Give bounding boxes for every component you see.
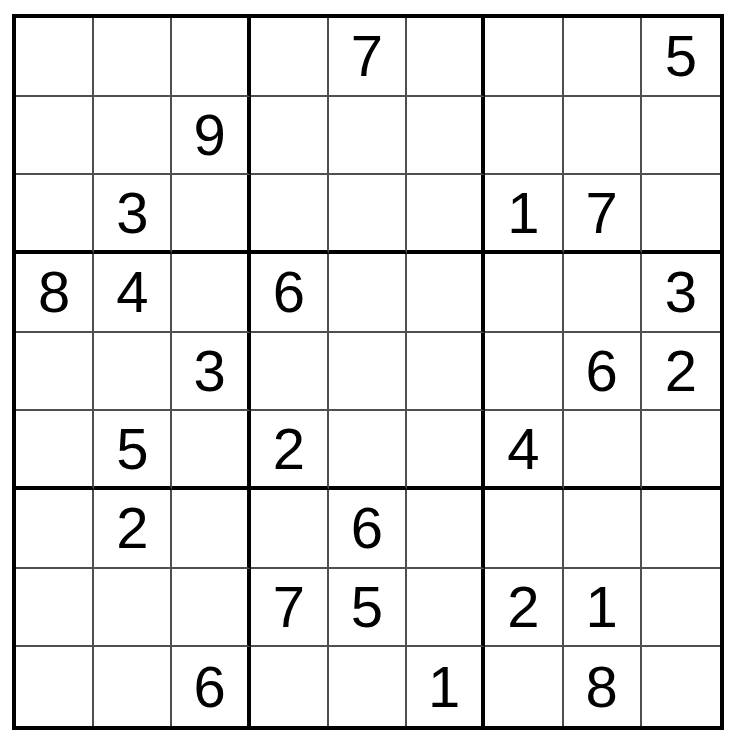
cell-r8c6[interactable]	[407, 569, 485, 648]
cell-r2c7[interactable]	[485, 97, 563, 176]
cell-r6c5[interactable]	[329, 411, 407, 490]
cell-r1c5[interactable]: 7	[329, 18, 407, 97]
cell-r4c7[interactable]	[485, 254, 563, 333]
cell-r4c8[interactable]	[564, 254, 642, 333]
cell-r6c4[interactable]: 2	[251, 411, 329, 490]
cell-r6c9[interactable]	[642, 411, 720, 490]
cell-r2c5[interactable]	[329, 97, 407, 176]
sudoku-board: 7593178463362524267521618	[12, 14, 724, 730]
cell-r2c6[interactable]	[407, 97, 485, 176]
cell-r7c2[interactable]: 2	[94, 490, 172, 569]
cell-r7c3[interactable]	[172, 490, 250, 569]
cell-r4c1[interactable]: 8	[16, 254, 94, 333]
cell-r8c5[interactable]: 5	[329, 569, 407, 648]
cell-r5c1[interactable]	[16, 333, 94, 412]
cell-r8c2[interactable]	[94, 569, 172, 648]
cell-r2c3[interactable]: 9	[172, 97, 250, 176]
cell-r8c7[interactable]: 2	[485, 569, 563, 648]
cell-r9c9[interactable]	[642, 647, 720, 726]
cell-r2c2[interactable]	[94, 97, 172, 176]
cell-r1c1[interactable]	[16, 18, 94, 97]
cell-r5c9[interactable]: 2	[642, 333, 720, 412]
cell-r5c4[interactable]	[251, 333, 329, 412]
cell-r6c8[interactable]	[564, 411, 642, 490]
cell-r8c8[interactable]: 1	[564, 569, 642, 648]
cell-r5c2[interactable]	[94, 333, 172, 412]
cell-r3c8[interactable]: 7	[564, 175, 642, 254]
sudoku-page: 7593178463362524267521618	[0, 0, 735, 740]
cell-r7c9[interactable]	[642, 490, 720, 569]
cell-r5c6[interactable]	[407, 333, 485, 412]
cell-r3c7[interactable]: 1	[485, 175, 563, 254]
cell-r4c6[interactable]	[407, 254, 485, 333]
cell-r5c7[interactable]	[485, 333, 563, 412]
cell-r1c8[interactable]	[564, 18, 642, 97]
cell-r9c4[interactable]	[251, 647, 329, 726]
cell-r9c2[interactable]	[94, 647, 172, 726]
cell-r1c7[interactable]	[485, 18, 563, 97]
cell-r6c1[interactable]	[16, 411, 94, 490]
cell-r3c1[interactable]	[16, 175, 94, 254]
cell-r9c3[interactable]: 6	[172, 647, 250, 726]
cell-r1c9[interactable]: 5	[642, 18, 720, 97]
cell-r5c8[interactable]: 6	[564, 333, 642, 412]
cell-r7c4[interactable]	[251, 490, 329, 569]
cell-r2c4[interactable]	[251, 97, 329, 176]
cell-r4c4[interactable]: 6	[251, 254, 329, 333]
cell-r9c7[interactable]	[485, 647, 563, 726]
cell-r6c6[interactable]	[407, 411, 485, 490]
cell-r4c5[interactable]	[329, 254, 407, 333]
cell-r6c7[interactable]: 4	[485, 411, 563, 490]
cell-r8c3[interactable]	[172, 569, 250, 648]
cell-r4c2[interactable]: 4	[94, 254, 172, 333]
cell-r8c4[interactable]: 7	[251, 569, 329, 648]
cell-r4c3[interactable]	[172, 254, 250, 333]
cell-r7c1[interactable]	[16, 490, 94, 569]
cell-r4c9[interactable]: 3	[642, 254, 720, 333]
cell-r3c6[interactable]	[407, 175, 485, 254]
cell-r9c5[interactable]	[329, 647, 407, 726]
cell-r7c5[interactable]: 6	[329, 490, 407, 569]
cell-r7c7[interactable]	[485, 490, 563, 569]
cell-r7c8[interactable]	[564, 490, 642, 569]
cell-r3c3[interactable]	[172, 175, 250, 254]
cell-r8c9[interactable]	[642, 569, 720, 648]
cell-r9c6[interactable]: 1	[407, 647, 485, 726]
cell-r3c2[interactable]: 3	[94, 175, 172, 254]
cell-r5c5[interactable]	[329, 333, 407, 412]
cell-r3c4[interactable]	[251, 175, 329, 254]
cell-r6c2[interactable]: 5	[94, 411, 172, 490]
cell-r2c1[interactable]	[16, 97, 94, 176]
cell-r1c2[interactable]	[94, 18, 172, 97]
cell-r1c6[interactable]	[407, 18, 485, 97]
cell-r3c9[interactable]	[642, 175, 720, 254]
cell-r2c9[interactable]	[642, 97, 720, 176]
cell-r7c6[interactable]	[407, 490, 485, 569]
cell-r2c8[interactable]	[564, 97, 642, 176]
cell-r8c1[interactable]	[16, 569, 94, 648]
cell-r1c4[interactable]	[251, 18, 329, 97]
cell-r9c1[interactable]	[16, 647, 94, 726]
cell-r3c5[interactable]	[329, 175, 407, 254]
cell-r6c3[interactable]	[172, 411, 250, 490]
cell-r5c3[interactable]: 3	[172, 333, 250, 412]
cell-r1c3[interactable]	[172, 18, 250, 97]
cell-r9c8[interactable]: 8	[564, 647, 642, 726]
